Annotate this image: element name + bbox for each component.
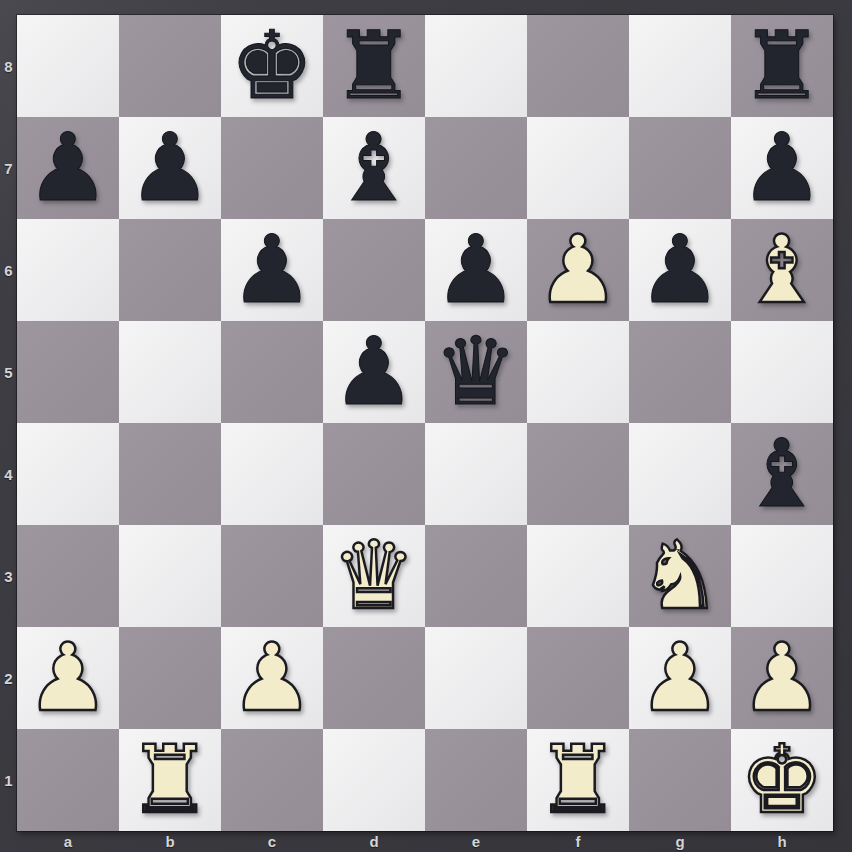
piece-black-queen-e5[interactable]: ♛ <box>434 321 518 423</box>
piece-black-pawn-a7[interactable]: ♟ <box>26 117 110 219</box>
square-a2[interactable]: ♟ <box>17 627 119 729</box>
file-label-h: h <box>731 831 833 852</box>
square-g3[interactable]: ♞ <box>629 525 731 627</box>
square-g8[interactable] <box>629 15 731 117</box>
chess-board-frame: ♚♜♜♟♟♝♟♟♟♟♟♝♟♛♝♛♞♟♟♟♟♜♜♚ 87654321 abcdef… <box>0 0 852 852</box>
piece-black-pawn-h7[interactable]: ♟ <box>740 117 824 219</box>
rank-label-8: 8 <box>0 15 17 117</box>
piece-white-bishop-h6[interactable]: ♝ <box>740 219 824 321</box>
square-c8[interactable]: ♚ <box>221 15 323 117</box>
square-b1[interactable]: ♜ <box>119 729 221 831</box>
square-g7[interactable] <box>629 117 731 219</box>
square-f1[interactable]: ♜ <box>527 729 629 831</box>
square-e1[interactable] <box>425 729 527 831</box>
file-label-e: e <box>425 831 527 852</box>
square-h6[interactable]: ♝ <box>731 219 833 321</box>
square-e6[interactable]: ♟ <box>425 219 527 321</box>
piece-white-pawn-f6[interactable]: ♟ <box>536 219 620 321</box>
square-c5[interactable] <box>221 321 323 423</box>
square-b6[interactable] <box>119 219 221 321</box>
square-g5[interactable] <box>629 321 731 423</box>
piece-black-pawn-g6[interactable]: ♟ <box>638 219 722 321</box>
file-label-a: a <box>17 831 119 852</box>
square-d1[interactable] <box>323 729 425 831</box>
square-a7[interactable]: ♟ <box>17 117 119 219</box>
square-f2[interactable] <box>527 627 629 729</box>
square-d8[interactable]: ♜ <box>323 15 425 117</box>
square-d4[interactable] <box>323 423 425 525</box>
square-c3[interactable] <box>221 525 323 627</box>
square-d5[interactable]: ♟ <box>323 321 425 423</box>
square-g6[interactable]: ♟ <box>629 219 731 321</box>
piece-black-pawn-c6[interactable]: ♟ <box>230 219 314 321</box>
rank-label-1: 1 <box>0 729 17 831</box>
square-e5[interactable]: ♛ <box>425 321 527 423</box>
square-e8[interactable] <box>425 15 527 117</box>
piece-black-pawn-b7[interactable]: ♟ <box>128 117 212 219</box>
piece-black-rook-d8[interactable]: ♜ <box>332 15 416 117</box>
square-c4[interactable] <box>221 423 323 525</box>
square-e3[interactable] <box>425 525 527 627</box>
square-f4[interactable] <box>527 423 629 525</box>
square-b3[interactable] <box>119 525 221 627</box>
square-e7[interactable] <box>425 117 527 219</box>
square-f7[interactable] <box>527 117 629 219</box>
square-f3[interactable] <box>527 525 629 627</box>
square-g2[interactable]: ♟ <box>629 627 731 729</box>
square-b7[interactable]: ♟ <box>119 117 221 219</box>
square-f6[interactable]: ♟ <box>527 219 629 321</box>
file-label-f: f <box>527 831 629 852</box>
piece-white-rook-b1[interactable]: ♜ <box>128 729 212 831</box>
square-h3[interactable] <box>731 525 833 627</box>
square-e2[interactable] <box>425 627 527 729</box>
piece-black-pawn-e6[interactable]: ♟ <box>434 219 518 321</box>
piece-white-pawn-a2[interactable]: ♟ <box>26 627 110 729</box>
square-b5[interactable] <box>119 321 221 423</box>
square-b2[interactable] <box>119 627 221 729</box>
square-h2[interactable]: ♟ <box>731 627 833 729</box>
square-e4[interactable] <box>425 423 527 525</box>
square-a5[interactable] <box>17 321 119 423</box>
square-a8[interactable] <box>17 15 119 117</box>
square-d2[interactable] <box>323 627 425 729</box>
piece-black-king-c8[interactable]: ♚ <box>230 15 314 117</box>
square-d6[interactable] <box>323 219 425 321</box>
file-label-c: c <box>221 831 323 852</box>
square-a4[interactable] <box>17 423 119 525</box>
piece-white-rook-f1[interactable]: ♜ <box>536 729 620 831</box>
square-f5[interactable] <box>527 321 629 423</box>
square-a1[interactable] <box>17 729 119 831</box>
piece-white-pawn-g2[interactable]: ♟ <box>638 627 722 729</box>
piece-white-pawn-h2[interactable]: ♟ <box>740 627 824 729</box>
rank-label-5: 5 <box>0 321 17 423</box>
rank-label-3: 3 <box>0 525 17 627</box>
rank-label-7: 7 <box>0 117 17 219</box>
piece-black-pawn-d5[interactable]: ♟ <box>332 321 416 423</box>
file-label-g: g <box>629 831 731 852</box>
square-c1[interactable] <box>221 729 323 831</box>
piece-white-pawn-c2[interactable]: ♟ <box>230 627 314 729</box>
square-b8[interactable] <box>119 15 221 117</box>
square-c7[interactable] <box>221 117 323 219</box>
square-g4[interactable] <box>629 423 731 525</box>
piece-white-king-h1[interactable]: ♚ <box>740 729 824 831</box>
piece-white-knight-g3[interactable]: ♞ <box>638 525 722 627</box>
square-d7[interactable]: ♝ <box>323 117 425 219</box>
square-c6[interactable]: ♟ <box>221 219 323 321</box>
file-labels: abcdefgh <box>17 831 833 852</box>
square-c2[interactable]: ♟ <box>221 627 323 729</box>
file-label-d: d <box>323 831 425 852</box>
square-h1[interactable]: ♚ <box>731 729 833 831</box>
rank-label-4: 4 <box>0 423 17 525</box>
chess-board: ♚♜♜♟♟♝♟♟♟♟♟♝♟♛♝♛♞♟♟♟♟♜♜♚ <box>17 15 833 831</box>
square-h7[interactable]: ♟ <box>731 117 833 219</box>
square-h8[interactable]: ♜ <box>731 15 833 117</box>
square-d3[interactable]: ♛ <box>323 525 425 627</box>
square-h5[interactable] <box>731 321 833 423</box>
square-b4[interactable] <box>119 423 221 525</box>
square-g1[interactable] <box>629 729 731 831</box>
square-f8[interactable] <box>527 15 629 117</box>
rank-labels: 87654321 <box>0 15 17 831</box>
piece-black-bishop-h4[interactable]: ♝ <box>740 423 824 525</box>
file-label-b: b <box>119 831 221 852</box>
rank-label-2: 2 <box>0 627 17 729</box>
piece-white-queen-d3[interactable]: ♛ <box>332 525 416 627</box>
square-a3[interactable] <box>17 525 119 627</box>
rank-label-6: 6 <box>0 219 17 321</box>
square-h4[interactable]: ♝ <box>731 423 833 525</box>
piece-black-bishop-d7[interactable]: ♝ <box>332 117 416 219</box>
square-a6[interactable] <box>17 219 119 321</box>
piece-black-rook-h8[interactable]: ♜ <box>740 15 824 117</box>
